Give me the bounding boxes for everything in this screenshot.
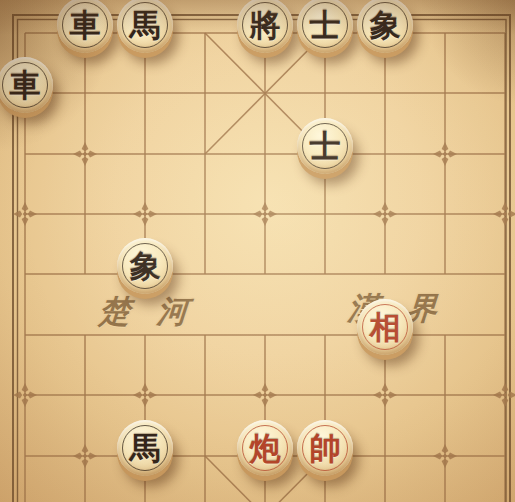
point-marking <box>493 383 515 407</box>
point-marking <box>133 383 157 407</box>
piece-black-chariot[interactable]: 車 <box>57 0 113 53</box>
point-marking <box>253 383 277 407</box>
piece-red-cannon[interactable]: 炮 <box>237 420 293 476</box>
piece-character: 象 <box>117 238 173 294</box>
piece-character: 士 <box>297 0 353 53</box>
piece-character: 相 <box>357 299 413 355</box>
point-marking <box>73 142 97 166</box>
piece-black-horse[interactable]: 馬 <box>117 420 173 476</box>
piece-character: 馬 <box>117 420 173 476</box>
river-label-chu: 楚河 <box>98 291 217 333</box>
point-marking <box>433 444 457 468</box>
piece-red-general[interactable]: 帥 <box>297 420 353 476</box>
piece-black-chariot[interactable]: 車 <box>0 57 53 113</box>
point-marking <box>493 202 515 226</box>
piece-black-advisor[interactable]: 士 <box>297 118 353 174</box>
point-marking <box>73 444 97 468</box>
piece-character: 炮 <box>237 420 293 476</box>
point-marking <box>373 383 397 407</box>
piece-character: 馬 <box>117 0 173 53</box>
piece-character: 車 <box>57 0 113 53</box>
point-marking <box>133 202 157 226</box>
point-marking <box>13 202 37 226</box>
piece-character: 象 <box>357 0 413 53</box>
piece-black-general[interactable]: 將 <box>237 0 293 53</box>
point-marking <box>253 202 277 226</box>
point-marking <box>13 383 37 407</box>
xiangqi-board[interactable]: 楚河 漢界 車馬將士象車士象相馬炮帥 <box>0 0 515 502</box>
point-marking <box>373 202 397 226</box>
piece-character: 士 <box>297 118 353 174</box>
piece-character: 車 <box>0 57 53 113</box>
piece-black-horse[interactable]: 馬 <box>117 0 173 53</box>
piece-red-elephant[interactable]: 相 <box>357 299 413 355</box>
piece-black-elephant[interactable]: 象 <box>357 0 413 53</box>
piece-black-advisor[interactable]: 士 <box>297 0 353 53</box>
piece-character: 帥 <box>297 420 353 476</box>
piece-character: 將 <box>237 0 293 53</box>
piece-black-elephant[interactable]: 象 <box>117 238 173 294</box>
point-marking <box>433 142 457 166</box>
